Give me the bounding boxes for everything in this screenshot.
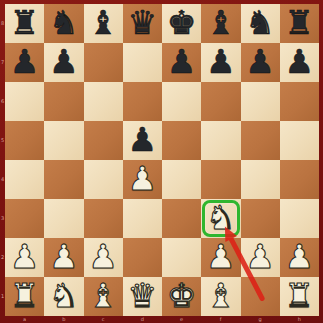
square-e2[interactable] xyxy=(162,238,201,277)
rank-label-5: 5 xyxy=(0,121,5,160)
square-b1[interactable]: ♞ xyxy=(44,277,83,316)
square-g5[interactable] xyxy=(241,121,280,160)
black-bishop: ♝ xyxy=(206,6,236,39)
square-h1[interactable]: ♜ xyxy=(280,277,319,316)
white-pawn: ♟ xyxy=(128,162,158,195)
black-pawn: ♟ xyxy=(10,45,40,78)
square-d7[interactable] xyxy=(123,43,162,82)
white-pawn: ♟ xyxy=(49,240,79,273)
square-g4[interactable] xyxy=(241,160,280,199)
rank-label-7: 7 xyxy=(0,43,5,82)
square-a6[interactable] xyxy=(5,82,44,121)
square-e7[interactable]: ♟ xyxy=(162,43,201,82)
square-a5[interactable] xyxy=(5,121,44,160)
square-h7[interactable]: ♟ xyxy=(280,43,319,82)
white-rook: ♜ xyxy=(285,279,315,312)
square-e4[interactable] xyxy=(162,160,201,199)
square-g1[interactable] xyxy=(241,277,280,316)
square-b7[interactable]: ♟ xyxy=(44,43,83,82)
square-b6[interactable] xyxy=(44,82,83,121)
black-king: ♚ xyxy=(167,6,197,39)
rank-label-3: 3 xyxy=(0,199,5,238)
black-pawn: ♟ xyxy=(167,45,197,78)
square-c5[interactable] xyxy=(84,121,123,160)
white-bishop: ♝ xyxy=(88,279,118,312)
square-b2[interactable]: ♟ xyxy=(44,238,83,277)
square-b8[interactable]: ♞ xyxy=(44,4,83,43)
square-a8[interactable]: ♜ xyxy=(5,4,44,43)
black-queen: ♛ xyxy=(128,6,158,39)
black-rook: ♜ xyxy=(285,6,315,39)
square-a3[interactable] xyxy=(5,199,44,238)
square-c4[interactable] xyxy=(84,160,123,199)
square-g8[interactable]: ♞ xyxy=(241,4,280,43)
file-label-a: a xyxy=(5,315,44,323)
square-f3[interactable]: ♞ xyxy=(201,199,240,238)
square-d6[interactable] xyxy=(123,82,162,121)
rank-label-8: 8 xyxy=(0,4,5,43)
white-bishop: ♝ xyxy=(206,279,236,312)
square-b4[interactable] xyxy=(44,160,83,199)
file-label-d: d xyxy=(123,315,162,323)
white-knight: ♞ xyxy=(49,279,79,312)
square-a1[interactable]: ♜ xyxy=(5,277,44,316)
square-a7[interactable]: ♟ xyxy=(5,43,44,82)
square-d8[interactable]: ♛ xyxy=(123,4,162,43)
black-pawn: ♟ xyxy=(245,45,275,78)
square-e8[interactable]: ♚ xyxy=(162,4,201,43)
square-d3[interactable] xyxy=(123,199,162,238)
file-label-b: b xyxy=(44,315,83,323)
white-queen: ♛ xyxy=(128,279,158,312)
white-rook: ♜ xyxy=(10,279,40,312)
square-a4[interactable] xyxy=(5,160,44,199)
black-pawn: ♟ xyxy=(49,45,79,78)
square-e3[interactable] xyxy=(162,199,201,238)
square-e1[interactable]: ♚ xyxy=(162,277,201,316)
chess-board: ♜♞♝♛♚♝♞♜♟♟♟♟♟♟♟♟♞♟♟♟♟♟♟♜♞♝♛♚♝♜ xyxy=(5,4,319,316)
square-c8[interactable]: ♝ xyxy=(84,4,123,43)
square-f1[interactable]: ♝ xyxy=(201,277,240,316)
square-g2[interactable]: ♟ xyxy=(241,238,280,277)
square-h4[interactable] xyxy=(280,160,319,199)
black-pawn: ♟ xyxy=(206,45,236,78)
square-e6[interactable] xyxy=(162,82,201,121)
square-f7[interactable]: ♟ xyxy=(201,43,240,82)
black-pawn: ♟ xyxy=(128,123,158,156)
square-f2[interactable]: ♟ xyxy=(201,238,240,277)
square-f6[interactable] xyxy=(201,82,240,121)
white-king: ♚ xyxy=(167,279,197,312)
rank-label-4: 4 xyxy=(0,160,5,199)
square-a2[interactable]: ♟ xyxy=(5,238,44,277)
black-pawn: ♟ xyxy=(285,45,315,78)
white-pawn: ♟ xyxy=(285,240,315,273)
square-c1[interactable]: ♝ xyxy=(84,277,123,316)
rank-label-1: 1 xyxy=(0,277,5,316)
square-h2[interactable]: ♟ xyxy=(280,238,319,277)
board-frame: ♜♞♝♛♚♝♞♜♟♟♟♟♟♟♟♟♞♟♟♟♟♟♟♜♞♝♛♚♝♜ 87654321a… xyxy=(0,0,323,323)
black-rook: ♜ xyxy=(10,6,40,39)
square-g3[interactable] xyxy=(241,199,280,238)
file-label-e: e xyxy=(162,315,201,323)
white-pawn: ♟ xyxy=(245,240,275,273)
black-knight: ♞ xyxy=(49,6,79,39)
square-c7[interactable] xyxy=(84,43,123,82)
square-b5[interactable] xyxy=(44,121,83,160)
square-d4[interactable]: ♟ xyxy=(123,160,162,199)
square-g7[interactable]: ♟ xyxy=(241,43,280,82)
rank-label-6: 6 xyxy=(0,82,5,121)
square-h5[interactable] xyxy=(280,121,319,160)
square-h3[interactable] xyxy=(280,199,319,238)
file-label-g: g xyxy=(241,315,280,323)
square-f4[interactable] xyxy=(201,160,240,199)
square-b3[interactable] xyxy=(44,199,83,238)
black-bishop: ♝ xyxy=(88,6,118,39)
file-label-c: c xyxy=(84,315,123,323)
square-c2[interactable]: ♟ xyxy=(84,238,123,277)
square-e5[interactable] xyxy=(162,121,201,160)
square-c6[interactable] xyxy=(84,82,123,121)
rank-label-2: 2 xyxy=(0,238,5,277)
black-knight: ♞ xyxy=(245,6,275,39)
square-g6[interactable] xyxy=(241,82,280,121)
square-d2[interactable] xyxy=(123,238,162,277)
square-h6[interactable] xyxy=(280,82,319,121)
square-f8[interactable]: ♝ xyxy=(201,4,240,43)
square-c3[interactable] xyxy=(84,199,123,238)
square-f5[interactable] xyxy=(201,121,240,160)
white-knight: ♞ xyxy=(206,201,236,234)
square-d5[interactable]: ♟ xyxy=(123,121,162,160)
white-pawn: ♟ xyxy=(88,240,118,273)
square-d1[interactable]: ♛ xyxy=(123,277,162,316)
file-label-h: h xyxy=(280,315,319,323)
square-h8[interactable]: ♜ xyxy=(280,4,319,43)
white-pawn: ♟ xyxy=(206,240,236,273)
file-label-f: f xyxy=(201,315,240,323)
white-pawn: ♟ xyxy=(10,240,40,273)
